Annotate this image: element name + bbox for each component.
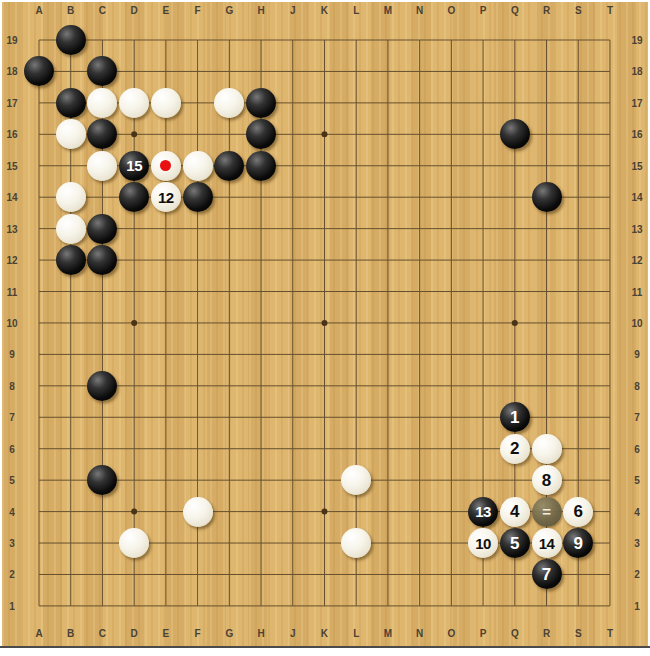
coord-right-10: 10 [631,317,642,328]
coord-bottom-K: K [321,628,328,639]
coord-top-S: S [575,5,582,16]
coord-right-3: 3 [634,538,640,549]
stone-white-G17 [214,88,244,118]
stone-white-B13 [56,214,86,244]
stone-black-C5 [87,465,117,495]
coord-left-14: 14 [6,192,17,203]
stone-white-E17 [151,88,181,118]
star-point-K4 [321,509,327,515]
coord-top-G: G [225,5,233,16]
stone-white-R5: 8 [532,465,562,495]
coord-left-9: 9 [9,349,15,360]
coord-left-16: 16 [6,129,17,140]
coord-left-7: 7 [9,412,15,423]
coord-bottom-C: C [99,628,106,639]
coord-right-1: 1 [634,600,640,611]
stone-white-E14: 12 [151,182,181,212]
coord-bottom-Q: Q [511,628,519,639]
coord-bottom-G: G [225,628,233,639]
stone-black-B17 [56,88,86,118]
move-number-label: 14 [539,536,555,551]
stone-black-D14 [119,182,149,212]
stone-white-R6 [532,434,562,464]
stone-white-B16 [56,119,86,149]
coord-top-M: M [384,5,392,16]
coord-top-J: J [290,5,296,16]
coord-top-B: B [67,5,74,16]
stone-white-Q6: 2 [500,434,530,464]
stone-black-B12 [56,245,86,275]
stone-black-P4: 13 [468,497,498,527]
coord-right-16: 16 [631,129,642,140]
coord-top-D: D [131,5,138,16]
stone-black-C12 [87,245,117,275]
stone-white-D17 [119,88,149,118]
stone-white-L3 [341,528,371,558]
coord-bottom-D: D [131,628,138,639]
stone-black-A18 [24,56,54,86]
coord-left-10: 10 [6,317,17,328]
move-number-label: 4 [510,503,519,520]
move-number-label: 9 [574,535,583,552]
move-number-label: 5 [510,535,519,552]
coord-top-A: A [35,5,42,16]
last-move-red-dot [160,160,171,171]
coord-top-E: E [163,5,170,16]
stone-black-Q3: 5 [500,528,530,558]
coord-bottom-E: E [163,628,170,639]
stone-white-S4: 6 [563,497,593,527]
coord-right-13: 13 [631,223,642,234]
coord-bottom-A: A [35,628,42,639]
move-number-label: 12 [158,190,174,205]
coord-top-K: K [321,5,328,16]
move-number-label: 8 [542,472,551,489]
coord-left-5: 5 [9,475,15,486]
stone-white-F4 [183,497,213,527]
coord-top-H: H [257,5,264,16]
coord-right-14: 14 [631,192,642,203]
board-bottom-edge [0,646,650,648]
stone-black-H16 [246,119,276,149]
coord-top-N: N [416,5,423,16]
coord-right-5: 5 [634,475,640,486]
coord-bottom-N: N [416,628,423,639]
coord-bottom-F: F [195,628,201,639]
coord-bottom-S: S [575,628,582,639]
coord-right-12: 12 [631,255,642,266]
move-number-label: = [542,504,551,519]
coord-left-3: 3 [9,538,15,549]
coord-right-9: 9 [634,349,640,360]
coord-left-4: 4 [9,506,15,517]
stone-black-C16 [87,119,117,149]
coord-left-6: 6 [9,443,15,454]
stone-white-B14 [56,182,86,212]
coord-bottom-M: M [384,628,392,639]
coord-top-L: L [353,5,359,16]
move-number-label: 2 [510,440,519,457]
coord-bottom-P: P [480,628,487,639]
coord-top-R: R [543,5,550,16]
coord-top-T: T [607,5,613,16]
stone-black-S3: 9 [563,528,593,558]
stone-black-C8 [87,371,117,401]
stone-white-C15 [87,151,117,181]
coord-top-F: F [195,5,201,16]
coord-left-18: 18 [6,66,17,77]
coord-bottom-T: T [607,628,613,639]
move-number-label: 13 [475,504,491,519]
coord-left-1: 1 [9,600,15,611]
coord-top-C: C [99,5,106,16]
stone-white-D3 [119,528,149,558]
stone-black-R14 [532,182,562,212]
stone-black-H15 [246,151,276,181]
stone-black-B19 [56,25,86,55]
coord-left-19: 19 [6,35,17,46]
coord-top-O: O [447,5,455,16]
coord-left-12: 12 [6,255,17,266]
coord-bottom-O: O [447,628,455,639]
coord-right-17: 17 [631,97,642,108]
coord-left-8: 8 [9,380,15,391]
stone-black-Q7: 1 [500,402,530,432]
coord-left-2: 2 [9,569,15,580]
coord-bottom-R: R [543,628,550,639]
stone-white-P3: 10 [468,528,498,558]
coord-right-6: 6 [634,443,640,454]
stone-black-C18 [87,56,117,86]
stone-black-D15: 15 [119,151,149,181]
move-number-label: 10 [475,536,491,551]
star-point-D10 [131,320,137,326]
stone-white-L5 [341,465,371,495]
move-number-label: 7 [542,566,551,583]
stone-black-H17 [246,88,276,118]
coord-bottom-J: J [290,628,296,639]
stone-black-Q16 [500,119,530,149]
coord-left-15: 15 [6,160,17,171]
coord-right-19: 19 [631,35,642,46]
star-point-K10 [321,320,327,326]
stone-white-C17 [87,88,117,118]
coord-bottom-L: L [353,628,359,639]
stone-black-R2: 7 [532,559,562,589]
coord-left-11: 11 [7,286,18,297]
stone-black-F14 [183,182,213,212]
stone-white-F15 [183,151,213,181]
stone-white-Q4: 4 [500,497,530,527]
coord-right-2: 2 [634,569,640,580]
coord-bottom-H: H [257,628,264,639]
go-diagram: AABBCCDDEEFFGGHHJJKKLLMMNNOOPPQQRRSSTT19… [0,0,650,656]
star-point-D4 [131,509,137,515]
stone-white-E15 [151,151,181,181]
stone-white-R3: 14 [532,528,562,558]
coord-right-4: 4 [634,506,640,517]
move-number-label: 1 [510,409,519,426]
coord-left-13: 13 [6,223,17,234]
coord-top-P: P [480,5,487,16]
star-point-Q10 [512,320,518,326]
coord-right-7: 7 [634,412,640,423]
coord-right-15: 15 [631,160,642,171]
move-number-label: 15 [126,158,142,173]
coord-bottom-B: B [67,628,74,639]
coord-right-11: 11 [632,286,643,297]
star-point-K16 [321,131,327,137]
move-number-label: 6 [574,503,583,520]
coord-top-Q: Q [511,5,519,16]
stone-black-C13 [87,214,117,244]
coord-left-17: 17 [6,97,17,108]
coord-right-8: 8 [634,380,640,391]
star-point-D16 [131,131,137,137]
stone-ghost-R4: = [532,497,562,527]
stone-black-G15 [214,151,244,181]
coord-right-18: 18 [631,66,642,77]
